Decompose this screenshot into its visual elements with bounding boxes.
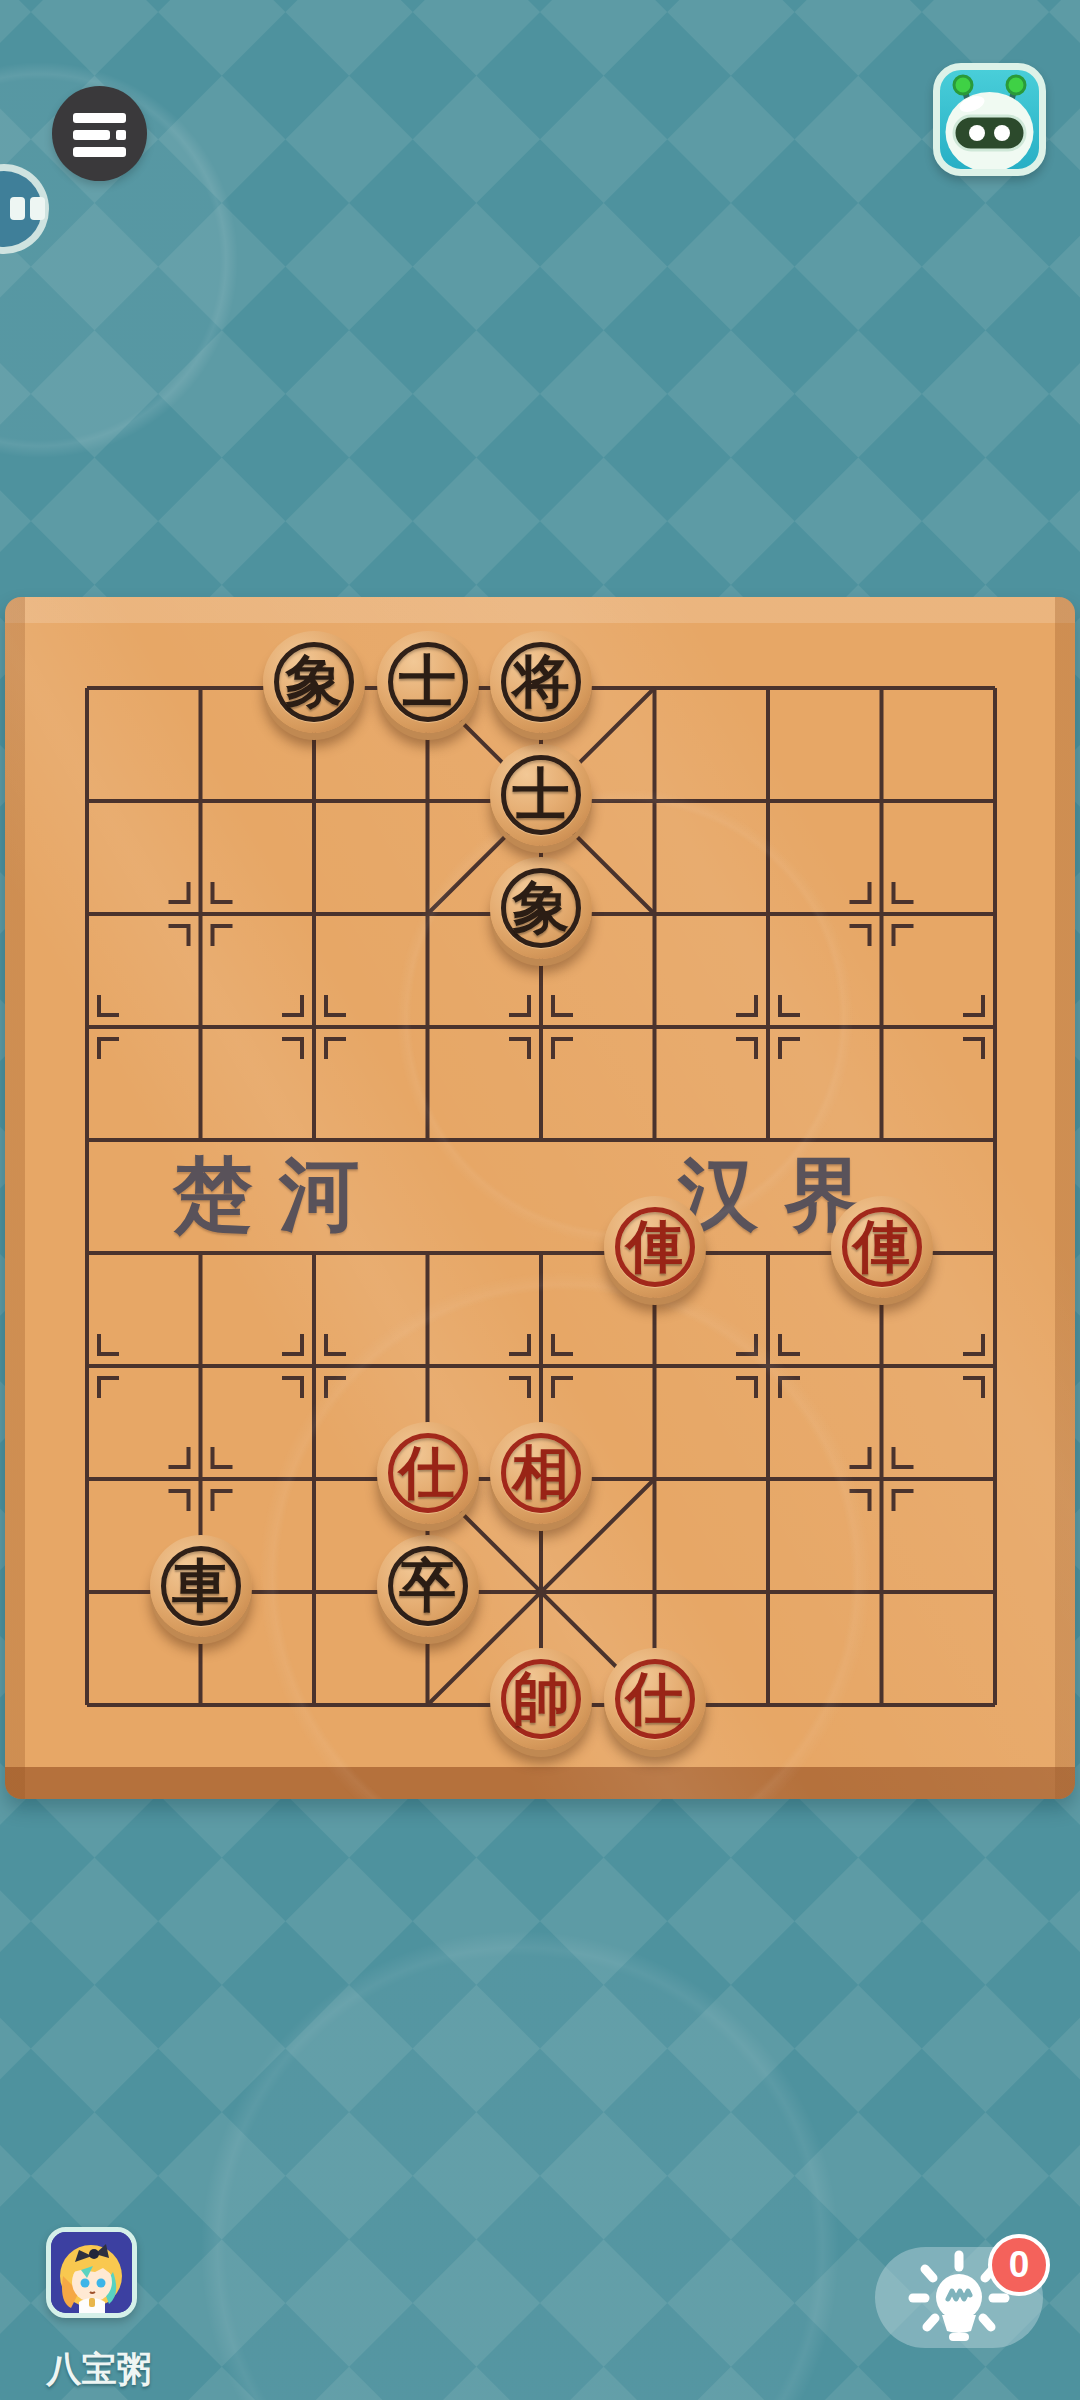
piece-卒-black[interactable]: 卒 [377,1535,479,1637]
piece-象-black[interactable]: 象 [263,631,365,733]
piece-車-black[interactable]: 車 [150,1535,252,1637]
hamburger-menu-icon [73,113,126,123]
avatar-girl-icon [51,2232,132,2313]
piece-帥-red[interactable]: 帥 [490,1648,592,1750]
menu-button[interactable] [52,86,147,181]
player-avatar[interactable] [46,2227,137,2318]
piece-俥-red[interactable]: 俥 [831,1196,933,1298]
river-label-chu-he: 楚河 [173,1142,385,1250]
piece-将-black[interactable]: 将 [490,631,592,733]
hint-count-badge: 0 [988,2234,1050,2296]
player-name: 八宝粥 [44,2346,154,2393]
xiangqi-board[interactable]: 楚河 汉界 象士将士象俥俥仕相車卒帥仕 [5,597,1075,1799]
piece-士-black[interactable]: 士 [377,631,479,733]
piece-相-red[interactable]: 相 [490,1422,592,1524]
piece-仕-red[interactable]: 仕 [604,1648,706,1750]
piece-士-black[interactable]: 士 [490,744,592,846]
piece-仕-red[interactable]: 仕 [377,1422,479,1524]
ai-robot-button[interactable] [933,63,1046,176]
board-grid: 楚河 汉界 象士将士象俥俥仕相車卒帥仕 [87,688,995,1705]
piece-象-black[interactable]: 象 [490,857,592,959]
piece-俥-red[interactable]: 俥 [604,1196,706,1298]
robot-icon [940,70,1039,169]
